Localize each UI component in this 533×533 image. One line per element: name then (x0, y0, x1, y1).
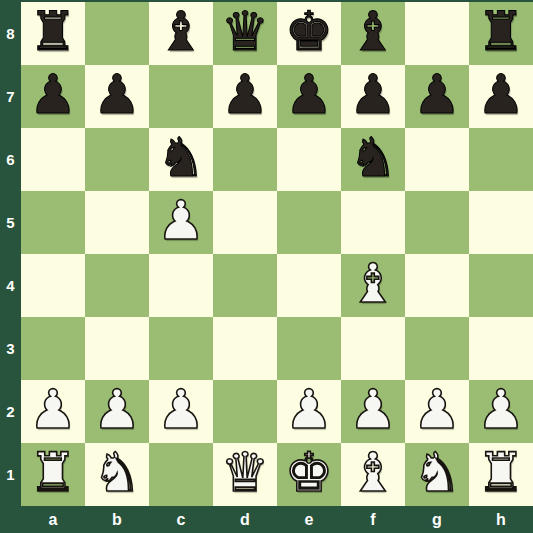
rank-label-8: 8 (0, 2, 21, 65)
piece-black-pawn[interactable]: ♟ (285, 68, 333, 122)
rank-label-7: 7 (0, 65, 21, 128)
square-d6[interactable] (213, 128, 277, 191)
square-a8[interactable]: ♜ (21, 2, 85, 65)
file-label-a: a (21, 511, 85, 529)
square-b7[interactable]: ♟ (85, 65, 149, 128)
square-c8[interactable]: ♝ (149, 2, 213, 65)
file-label-g: g (405, 511, 469, 529)
square-f8[interactable]: ♝ (341, 2, 405, 65)
square-c3[interactable] (149, 317, 213, 380)
piece-white-pawn[interactable]: ♟ (157, 194, 205, 248)
rank-label-6: 6 (0, 128, 21, 191)
square-f7[interactable]: ♟ (341, 65, 405, 128)
square-d1[interactable]: ♛ (213, 443, 277, 506)
square-c2[interactable]: ♟ (149, 380, 213, 443)
square-a4[interactable] (21, 254, 85, 317)
square-a3[interactable] (21, 317, 85, 380)
square-g3[interactable] (405, 317, 469, 380)
file-label-h: h (469, 511, 533, 529)
piece-black-king[interactable]: ♚ (285, 5, 333, 59)
square-f1[interactable]: ♝ (341, 443, 405, 506)
piece-black-rook[interactable]: ♜ (477, 5, 525, 59)
file-labels: abcdefgh (21, 506, 533, 533)
piece-black-pawn[interactable]: ♟ (221, 68, 269, 122)
square-c5[interactable]: ♟ (149, 191, 213, 254)
rank-label-4: 4 (0, 254, 21, 317)
square-g2[interactable]: ♟ (405, 380, 469, 443)
square-g8[interactable] (405, 2, 469, 65)
piece-black-rook[interactable]: ♜ (29, 5, 77, 59)
square-f5[interactable] (341, 191, 405, 254)
square-g7[interactable]: ♟ (405, 65, 469, 128)
square-h8[interactable]: ♜ (469, 2, 533, 65)
square-a2[interactable]: ♟ (21, 380, 85, 443)
square-f3[interactable] (341, 317, 405, 380)
square-c1[interactable] (149, 443, 213, 506)
piece-white-king[interactable]: ♚ (285, 446, 333, 500)
square-h5[interactable] (469, 191, 533, 254)
square-d3[interactable] (213, 317, 277, 380)
piece-white-knight[interactable]: ♞ (413, 446, 461, 500)
square-d4[interactable] (213, 254, 277, 317)
square-d7[interactable]: ♟ (213, 65, 277, 128)
square-e3[interactable] (277, 317, 341, 380)
piece-black-pawn[interactable]: ♟ (93, 68, 141, 122)
square-h6[interactable] (469, 128, 533, 191)
square-e1[interactable]: ♚ (277, 443, 341, 506)
square-e7[interactable]: ♟ (277, 65, 341, 128)
square-e2[interactable]: ♟ (277, 380, 341, 443)
piece-white-bishop[interactable]: ♝ (349, 446, 397, 500)
piece-black-knight[interactable]: ♞ (349, 131, 397, 185)
square-g4[interactable] (405, 254, 469, 317)
square-f2[interactable]: ♟ (341, 380, 405, 443)
square-d5[interactable] (213, 191, 277, 254)
rank-label-2: 2 (0, 380, 21, 443)
piece-black-pawn[interactable]: ♟ (349, 68, 397, 122)
piece-black-pawn[interactable]: ♟ (477, 68, 525, 122)
file-label-b: b (85, 511, 149, 529)
square-g5[interactable] (405, 191, 469, 254)
square-h1[interactable]: ♜ (469, 443, 533, 506)
piece-white-rook[interactable]: ♜ (29, 446, 77, 500)
square-b2[interactable]: ♟ (85, 380, 149, 443)
file-label-f: f (341, 511, 405, 529)
piece-white-queen[interactable]: ♛ (221, 446, 269, 500)
square-h2[interactable]: ♟ (469, 380, 533, 443)
rank-label-1: 1 (0, 443, 21, 506)
square-b1[interactable]: ♞ (85, 443, 149, 506)
square-c4[interactable] (149, 254, 213, 317)
square-h7[interactable]: ♟ (469, 65, 533, 128)
rank-label-5: 5 (0, 191, 21, 254)
square-g6[interactable] (405, 128, 469, 191)
piece-white-pawn[interactable]: ♟ (29, 383, 77, 437)
rank-labels: 87654321 (0, 2, 21, 506)
board-grid: ♜♝♛♚♝♜♟♟♟♟♟♟♟♞♞♟♝♟♟♟♟♟♟♟♜♞♛♚♝♞♜ (21, 2, 533, 506)
chessboard: 87654321 ♜♝♛♚♝♜♟♟♟♟♟♟♟♞♞♟♝♟♟♟♟♟♟♟♜♞♛♚♝♞♜… (0, 0, 533, 533)
square-a5[interactable] (21, 191, 85, 254)
piece-black-queen[interactable]: ♛ (221, 5, 269, 59)
piece-black-pawn[interactable]: ♟ (413, 68, 461, 122)
square-g1[interactable]: ♞ (405, 443, 469, 506)
square-a7[interactable]: ♟ (21, 65, 85, 128)
square-b8[interactable] (85, 2, 149, 65)
piece-white-pawn[interactable]: ♟ (285, 383, 333, 437)
square-b4[interactable] (85, 254, 149, 317)
piece-white-bishop[interactable]: ♝ (349, 257, 397, 311)
piece-black-pawn[interactable]: ♟ (29, 68, 77, 122)
file-label-d: d (213, 511, 277, 529)
square-a6[interactable] (21, 128, 85, 191)
square-a1[interactable]: ♜ (21, 443, 85, 506)
square-h3[interactable] (469, 317, 533, 380)
piece-black-bishop[interactable]: ♝ (157, 5, 205, 59)
square-e5[interactable] (277, 191, 341, 254)
square-f4[interactable]: ♝ (341, 254, 405, 317)
piece-white-pawn[interactable]: ♟ (477, 383, 525, 437)
piece-black-bishop[interactable]: ♝ (349, 5, 397, 59)
square-b3[interactable] (85, 317, 149, 380)
square-c6[interactable]: ♞ (149, 128, 213, 191)
rank-label-3: 3 (0, 317, 21, 380)
square-d2[interactable] (213, 380, 277, 443)
square-h4[interactable] (469, 254, 533, 317)
file-label-e: e (277, 511, 341, 529)
square-e8[interactable]: ♚ (277, 2, 341, 65)
piece-white-pawn[interactable]: ♟ (349, 383, 397, 437)
piece-white-knight[interactable]: ♞ (93, 446, 141, 500)
file-label-c: c (149, 511, 213, 529)
piece-black-knight[interactable]: ♞ (157, 131, 205, 185)
square-e6[interactable] (277, 128, 341, 191)
piece-white-pawn[interactable]: ♟ (157, 383, 205, 437)
square-e4[interactable] (277, 254, 341, 317)
square-b5[interactable] (85, 191, 149, 254)
square-c7[interactable] (149, 65, 213, 128)
piece-white-pawn[interactable]: ♟ (413, 383, 461, 437)
piece-white-pawn[interactable]: ♟ (93, 383, 141, 437)
square-f6[interactable]: ♞ (341, 128, 405, 191)
square-b6[interactable] (85, 128, 149, 191)
piece-white-rook[interactable]: ♜ (477, 446, 525, 500)
square-d8[interactable]: ♛ (213, 2, 277, 65)
